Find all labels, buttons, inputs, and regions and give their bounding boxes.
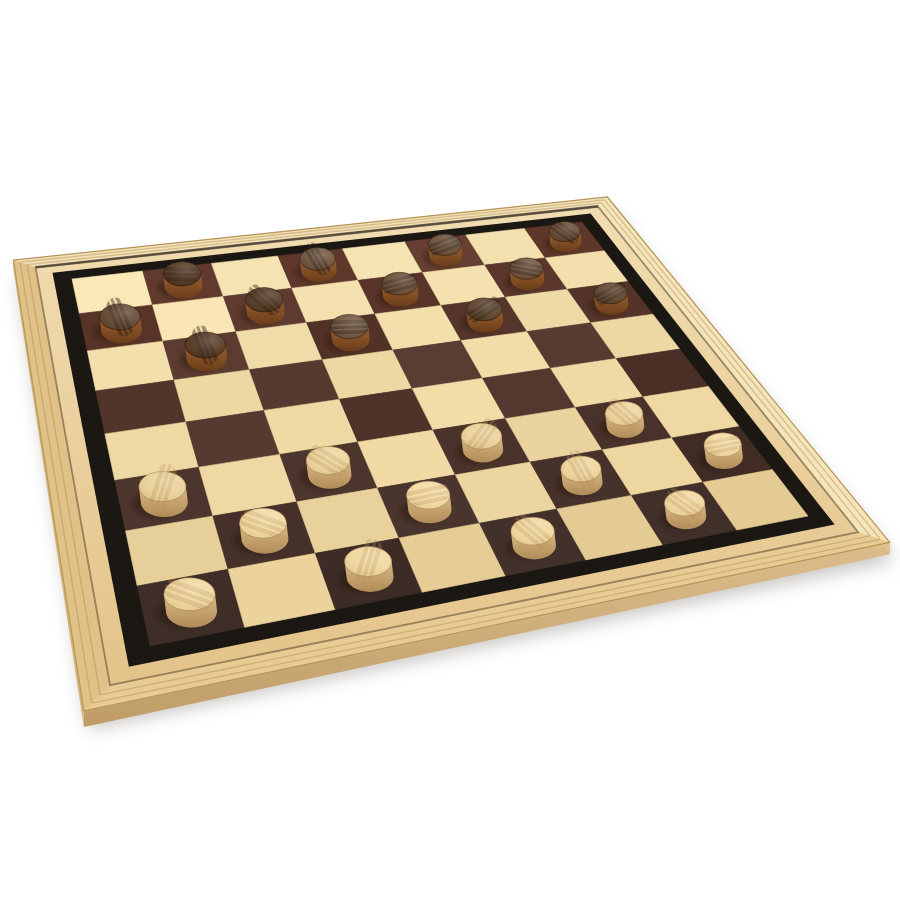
- piece-sheen: [561, 456, 601, 482]
- checker-light-a1[interactable]: [157, 578, 217, 628]
- piece-sheen: [594, 283, 627, 304]
- piece-sheen: [100, 304, 141, 330]
- piece-sheen: [245, 288, 283, 312]
- piece-sheen: [185, 332, 226, 358]
- piece-sheen: [665, 490, 705, 516]
- piece-sheen: [461, 423, 501, 449]
- piece-sheen: [330, 314, 368, 338]
- piece-sheen: [163, 262, 201, 286]
- piece-sheen: [407, 481, 450, 509]
- piece-sheen: [164, 578, 215, 611]
- piece-sheen: [466, 298, 502, 321]
- checker-light-b2[interactable]: [233, 508, 289, 554]
- piece-sheen: [428, 234, 461, 255]
- piece-sheen: [549, 221, 581, 241]
- piece-sheen: [345, 547, 392, 577]
- piece-sheen: [605, 402, 643, 426]
- piece-sheen: [382, 272, 418, 295]
- piece-sheen: [511, 517, 554, 545]
- piece-sheen: [240, 508, 287, 538]
- checkers-board: [0, 0, 900, 900]
- checkers-product-photo: [0, 0, 900, 900]
- piece-sheen: [510, 258, 543, 279]
- piece-sheen: [306, 446, 350, 474]
- piece-sheen: [704, 433, 741, 457]
- piece-sheen: [300, 248, 336, 271]
- piece-sheen: [139, 472, 186, 502]
